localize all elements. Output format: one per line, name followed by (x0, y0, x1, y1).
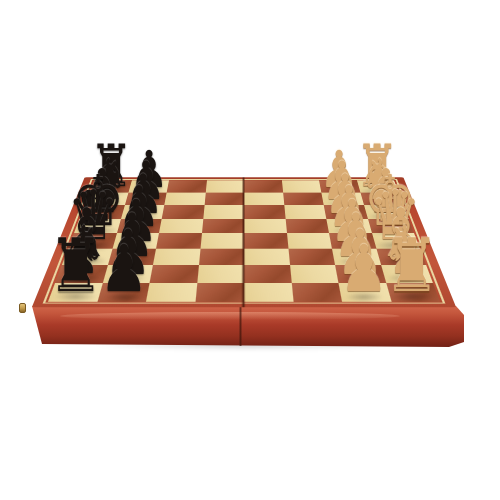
square-c7[interactable] (107, 248, 156, 264)
square-d1[interactable] (372, 233, 420, 248)
square-b1[interactable] (381, 265, 433, 283)
square-a1[interactable] (386, 283, 440, 302)
square-f8[interactable] (79, 205, 124, 219)
square-e8[interactable] (74, 219, 121, 233)
square-c1[interactable] (376, 248, 426, 264)
square-a5[interactable] (195, 283, 244, 302)
square-b4[interactable] (244, 265, 291, 283)
square-g2[interactable] (321, 192, 363, 205)
chess-set-photo: ♜♟♟♜♞♟♟♞♝♟♟♝♚♟♟♚♛♟♟♛♝♟♟♝♞♟♟♞♜♟♟♜ (0, 0, 500, 500)
square-h5[interactable] (205, 180, 244, 192)
square-a3[interactable] (291, 283, 342, 302)
square-d2[interactable] (329, 233, 376, 248)
square-f4[interactable] (244, 205, 285, 219)
square-c2[interactable] (332, 248, 381, 264)
square-h8[interactable] (89, 180, 131, 192)
square-h2[interactable] (319, 180, 360, 192)
square-c6[interactable] (153, 248, 200, 264)
square-g1[interactable] (360, 192, 403, 205)
board-3d-scene (32, 177, 456, 307)
square-e5[interactable] (202, 219, 245, 233)
square-e4[interactable] (244, 219, 287, 233)
square-b5[interactable] (197, 265, 244, 283)
square-a8[interactable] (48, 283, 102, 302)
brass-clasp (19, 303, 26, 313)
square-f3[interactable] (284, 205, 326, 219)
square-d4[interactable] (244, 233, 288, 248)
square-d7[interactable] (112, 233, 159, 248)
square-e2[interactable] (326, 219, 371, 233)
square-e6[interactable] (159, 219, 203, 233)
square-d3[interactable] (287, 233, 332, 248)
square-f5[interactable] (203, 205, 244, 219)
square-e1[interactable] (367, 219, 414, 233)
square-e7[interactable] (117, 219, 162, 233)
square-a7[interactable] (97, 283, 150, 302)
square-h4[interactable] (244, 180, 283, 192)
square-b7[interactable] (102, 265, 153, 283)
apron-sheen-highlight (60, 312, 400, 320)
square-b8[interactable] (55, 265, 107, 283)
square-g4[interactable] (244, 192, 284, 205)
square-h6[interactable] (167, 180, 207, 192)
fold-seam-board-top (242, 177, 245, 307)
square-c8[interactable] (62, 248, 112, 264)
square-c5[interactable] (198, 248, 244, 264)
square-h7[interactable] (128, 180, 169, 192)
square-g5[interactable] (204, 192, 244, 205)
square-d8[interactable] (68, 233, 116, 248)
square-g7[interactable] (124, 192, 166, 205)
square-f6[interactable] (162, 205, 204, 219)
square-b6[interactable] (150, 265, 199, 283)
square-g8[interactable] (85, 192, 128, 205)
square-a6[interactable] (146, 283, 197, 302)
square-b2[interactable] (335, 265, 386, 283)
square-d6[interactable] (156, 233, 201, 248)
square-b3[interactable] (290, 265, 339, 283)
square-a2[interactable] (338, 283, 391, 302)
fold-seam-front-face (239, 307, 242, 346)
square-e3[interactable] (285, 219, 329, 233)
square-c3[interactable] (288, 248, 335, 264)
square-g6[interactable] (164, 192, 205, 205)
square-h1[interactable] (357, 180, 399, 192)
square-c4[interactable] (244, 248, 290, 264)
square-g3[interactable] (283, 192, 324, 205)
square-f1[interactable] (364, 205, 409, 219)
square-a4[interactable] (244, 283, 293, 302)
square-f2[interactable] (324, 205, 368, 219)
square-d5[interactable] (200, 233, 244, 248)
square-f7[interactable] (121, 205, 165, 219)
square-h3[interactable] (282, 180, 322, 192)
board-frame (32, 177, 456, 307)
